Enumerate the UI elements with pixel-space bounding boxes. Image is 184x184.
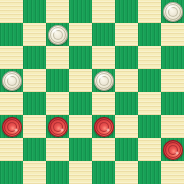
piece-inner-ring [53,122,63,132]
square-r2c0[interactable] [0,46,23,69]
square-r7c4[interactable] [92,161,115,184]
red-piece[interactable] [163,140,183,160]
square-r3c2[interactable] [46,69,69,92]
piece-highlight [106,128,110,132]
square-r2c7[interactable] [161,46,184,69]
square-r7c7[interactable] [161,161,184,184]
square-r3c6[interactable] [138,69,161,92]
piece-inner-ring [168,145,178,155]
square-r4c3[interactable] [69,92,92,115]
piece-highlight [98,74,104,80]
square-r1c0[interactable] [0,23,23,46]
piece-outer-ring [4,73,20,89]
square-r3c7[interactable] [161,69,184,92]
piece-inner-ring [53,30,63,40]
square-r5c6[interactable] [138,115,161,138]
square-r4c4[interactable] [92,92,115,115]
square-r0c2[interactable] [46,0,69,23]
square-r5c3[interactable] [69,115,92,138]
square-r6c0[interactable] [0,138,23,161]
square-r4c5[interactable] [115,92,138,115]
square-r0c5[interactable] [115,0,138,23]
white-piece[interactable] [48,25,68,45]
square-r6c2[interactable] [46,138,69,161]
square-r1c1[interactable] [23,23,46,46]
checkers-board [0,0,184,184]
piece-outer-ring [96,73,112,89]
piece-inner-ring [99,76,109,86]
square-r3c3[interactable] [69,69,92,92]
square-r5c0[interactable] [0,115,23,138]
square-r0c7[interactable] [161,0,184,23]
piece-highlight [6,74,12,80]
square-r5c2[interactable] [46,115,69,138]
piece-outer-ring [96,119,112,135]
red-piece[interactable] [2,117,22,137]
square-r0c1[interactable] [23,0,46,23]
piece-outer-ring [50,27,66,43]
square-r7c0[interactable] [0,161,23,184]
piece-highlight [60,128,64,132]
square-r0c3[interactable] [69,0,92,23]
square-r2c6[interactable] [138,46,161,69]
square-r4c1[interactable] [23,92,46,115]
square-r6c7[interactable] [161,138,184,161]
square-r2c1[interactable] [23,46,46,69]
square-r6c4[interactable] [92,138,115,161]
square-r5c7[interactable] [161,115,184,138]
red-piece[interactable] [48,117,68,137]
square-r4c2[interactable] [46,92,69,115]
square-r5c4[interactable] [92,115,115,138]
piece-inner-ring [7,76,17,86]
square-r7c2[interactable] [46,161,69,184]
square-r4c7[interactable] [161,92,184,115]
square-r5c1[interactable] [23,115,46,138]
piece-outer-ring [4,119,20,135]
piece-highlight [52,28,58,34]
square-r0c4[interactable] [92,0,115,23]
square-r6c5[interactable] [115,138,138,161]
square-r4c0[interactable] [0,92,23,115]
square-r2c3[interactable] [69,46,92,69]
piece-highlight [14,128,18,132]
square-r2c4[interactable] [92,46,115,69]
square-r3c1[interactable] [23,69,46,92]
piece-highlight [167,5,173,11]
square-r7c1[interactable] [23,161,46,184]
square-r2c5[interactable] [115,46,138,69]
piece-highlight [175,151,179,155]
piece-inner-ring [168,7,178,17]
square-r0c0[interactable] [0,0,23,23]
square-r6c6[interactable] [138,138,161,161]
square-r7c3[interactable] [69,161,92,184]
piece-outer-ring [50,119,66,135]
red-piece[interactable] [94,117,114,137]
white-piece[interactable] [163,2,183,22]
square-r3c5[interactable] [115,69,138,92]
square-r5c5[interactable] [115,115,138,138]
square-r7c5[interactable] [115,161,138,184]
square-r0c6[interactable] [138,0,161,23]
piece-inner-ring [99,122,109,132]
square-r7c6[interactable] [138,161,161,184]
square-r1c3[interactable] [69,23,92,46]
square-r6c1[interactable] [23,138,46,161]
piece-inner-ring [7,122,17,132]
square-r3c4[interactable] [92,69,115,92]
white-piece[interactable] [2,71,22,91]
square-r6c3[interactable] [69,138,92,161]
square-r1c2[interactable] [46,23,69,46]
square-r2c2[interactable] [46,46,69,69]
square-r1c5[interactable] [115,23,138,46]
square-r3c0[interactable] [0,69,23,92]
square-r1c4[interactable] [92,23,115,46]
square-r1c6[interactable] [138,23,161,46]
square-r4c6[interactable] [138,92,161,115]
white-piece[interactable] [94,71,114,91]
square-r1c7[interactable] [161,23,184,46]
piece-outer-ring [165,142,181,158]
piece-outer-ring [165,4,181,20]
